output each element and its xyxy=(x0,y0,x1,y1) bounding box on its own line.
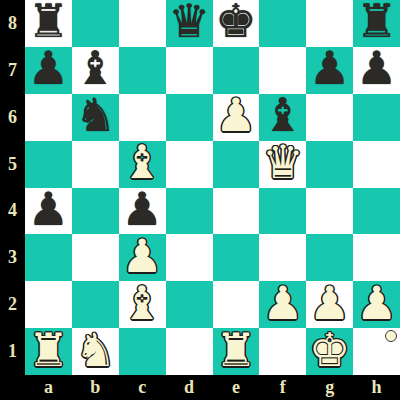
piece-black-rook[interactable]: ♜︎ xyxy=(356,0,397,44)
file-label-e: e xyxy=(213,375,260,400)
square-g2[interactable]: ♟︎ xyxy=(306,281,353,328)
square-h7[interactable]: ♟︎ xyxy=(353,47,400,94)
rank-labels: 8 7 6 5 4 3 2 1 xyxy=(0,0,25,375)
square-d6[interactable] xyxy=(166,94,213,141)
square-h8[interactable]: ♜︎ xyxy=(353,0,400,47)
square-b4[interactable] xyxy=(72,188,119,235)
board-grid[interactable]: ♜︎♛︎♚︎♜︎♟︎♝︎♟︎♟︎♞︎♟︎♝︎♝︎♛︎♟︎♟︎♟︎♝︎♟︎♟︎♟︎… xyxy=(25,0,400,375)
square-g5[interactable] xyxy=(306,141,353,188)
piece-white-bishop[interactable]: ♝︎ xyxy=(122,139,163,185)
square-c1[interactable] xyxy=(119,328,166,375)
square-e8[interactable]: ♚︎ xyxy=(213,0,260,47)
square-d7[interactable] xyxy=(166,47,213,94)
piece-black-king[interactable]: ♚︎ xyxy=(215,0,256,44)
square-b1[interactable]: ♞︎ xyxy=(72,328,119,375)
square-h4[interactable] xyxy=(353,188,400,235)
square-e4[interactable] xyxy=(213,188,260,235)
square-h3[interactable] xyxy=(353,234,400,281)
piece-black-bishop[interactable]: ♝︎ xyxy=(75,45,116,91)
piece-white-pawn[interactable]: ♟︎ xyxy=(122,233,163,279)
square-f3[interactable] xyxy=(259,234,306,281)
square-c3[interactable]: ♟︎ xyxy=(119,234,166,281)
square-a3[interactable] xyxy=(25,234,72,281)
piece-black-bishop[interactable]: ♝︎ xyxy=(262,92,303,138)
rank-label-3: 3 xyxy=(0,234,25,281)
rank-label-6: 6 xyxy=(0,94,25,141)
square-e1[interactable]: ♜︎ xyxy=(213,328,260,375)
square-c4[interactable]: ♟︎ xyxy=(119,188,166,235)
square-b3[interactable] xyxy=(72,234,119,281)
square-d5[interactable] xyxy=(166,141,213,188)
square-g6[interactable] xyxy=(306,94,353,141)
piece-black-knight[interactable]: ♞︎ xyxy=(75,92,116,138)
file-label-h: h xyxy=(353,375,400,400)
file-label-b: b xyxy=(72,375,119,400)
square-h5[interactable] xyxy=(353,141,400,188)
square-e7[interactable] xyxy=(213,47,260,94)
square-a1[interactable]: ♜︎ xyxy=(25,328,72,375)
square-a4[interactable]: ♟︎ xyxy=(25,188,72,235)
square-g1[interactable]: ♚︎ xyxy=(306,328,353,375)
rank-label-4: 4 xyxy=(0,188,25,235)
square-b6[interactable]: ♞︎ xyxy=(72,94,119,141)
file-labels: a b c d e f g h xyxy=(25,375,400,400)
rank-label-1: 1 xyxy=(0,328,25,375)
piece-black-pawn[interactable]: ♟︎ xyxy=(122,186,163,232)
square-d1[interactable] xyxy=(166,328,213,375)
square-g3[interactable] xyxy=(306,234,353,281)
square-b2[interactable] xyxy=(72,281,119,328)
square-a5[interactable] xyxy=(25,141,72,188)
piece-black-pawn[interactable]: ♟︎ xyxy=(309,45,350,91)
square-f4[interactable] xyxy=(259,188,306,235)
square-d8[interactable]: ♛︎ xyxy=(166,0,213,47)
square-b7[interactable]: ♝︎ xyxy=(72,47,119,94)
piece-white-pawn[interactable]: ♟︎ xyxy=(309,280,350,326)
square-h6[interactable] xyxy=(353,94,400,141)
square-f5[interactable]: ♛︎ xyxy=(259,141,306,188)
square-d4[interactable] xyxy=(166,188,213,235)
rank-label-8: 8 xyxy=(0,0,25,47)
chess-board: 8 7 6 5 4 3 2 1 ♜︎♛︎♚︎♜︎♟︎♝︎♟︎♟︎♞︎♟︎♝︎♝︎… xyxy=(0,0,400,400)
rank-label-7: 7 xyxy=(0,47,25,94)
square-f2[interactable]: ♟︎ xyxy=(259,281,306,328)
square-e5[interactable] xyxy=(213,141,260,188)
piece-white-pawn[interactable]: ♟︎ xyxy=(356,280,397,326)
piece-black-rook[interactable]: ♜︎ xyxy=(28,0,69,44)
square-f6[interactable]: ♝︎ xyxy=(259,94,306,141)
file-label-g: g xyxy=(306,375,353,400)
piece-white-bishop[interactable]: ♝︎ xyxy=(122,280,163,326)
square-d3[interactable] xyxy=(166,234,213,281)
piece-white-rook[interactable]: ♜︎ xyxy=(215,327,256,373)
white-to-move-indicator xyxy=(385,330,397,342)
square-c8[interactable] xyxy=(119,0,166,47)
square-h2[interactable]: ♟︎ xyxy=(353,281,400,328)
square-b5[interactable] xyxy=(72,141,119,188)
square-c5[interactable]: ♝︎ xyxy=(119,141,166,188)
square-e2[interactable] xyxy=(213,281,260,328)
square-d2[interactable] xyxy=(166,281,213,328)
square-f1[interactable] xyxy=(259,328,306,375)
piece-black-pawn[interactable]: ♟︎ xyxy=(28,186,69,232)
square-e6[interactable]: ♟︎ xyxy=(213,94,260,141)
piece-black-pawn[interactable]: ♟︎ xyxy=(356,45,397,91)
square-g8[interactable] xyxy=(306,0,353,47)
piece-black-pawn[interactable]: ♟︎ xyxy=(28,45,69,91)
piece-white-pawn[interactable]: ♟︎ xyxy=(262,280,303,326)
square-a6[interactable] xyxy=(25,94,72,141)
piece-white-pawn[interactable]: ♟︎ xyxy=(215,92,256,138)
square-e3[interactable] xyxy=(213,234,260,281)
file-label-a: a xyxy=(25,375,72,400)
square-a8[interactable]: ♜︎ xyxy=(25,0,72,47)
square-a2[interactable] xyxy=(25,281,72,328)
rank-label-5: 5 xyxy=(0,141,25,188)
square-c6[interactable] xyxy=(119,94,166,141)
square-g4[interactable] xyxy=(306,188,353,235)
square-f8[interactable] xyxy=(259,0,306,47)
square-b8[interactable] xyxy=(72,0,119,47)
square-g7[interactable]: ♟︎ xyxy=(306,47,353,94)
piece-black-queen[interactable]: ♛︎ xyxy=(168,0,209,44)
square-c2[interactable]: ♝︎ xyxy=(119,281,166,328)
rank-label-2: 2 xyxy=(0,281,25,328)
piece-white-queen[interactable]: ♛︎ xyxy=(262,139,303,185)
piece-white-king[interactable]: ♚︎ xyxy=(309,327,350,373)
piece-white-knight[interactable]: ♞︎ xyxy=(75,327,116,373)
file-label-d: d xyxy=(166,375,213,400)
square-f7[interactable] xyxy=(259,47,306,94)
file-label-c: c xyxy=(119,375,166,400)
file-label-f: f xyxy=(259,375,306,400)
square-c7[interactable] xyxy=(119,47,166,94)
square-a7[interactable]: ♟︎ xyxy=(25,47,72,94)
piece-white-rook[interactable]: ♜︎ xyxy=(28,327,69,373)
